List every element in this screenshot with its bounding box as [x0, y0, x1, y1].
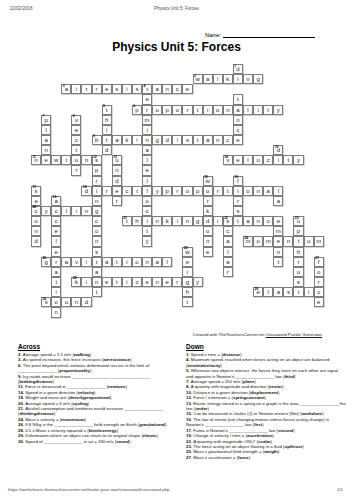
grid-cell[interactable]: e — [112, 186, 122, 196]
grid-cell[interactable]: l — [41, 125, 51, 135]
grid-cell[interactable]: a — [102, 257, 112, 267]
grid-cell[interactable]: t — [142, 226, 152, 236]
grid-cell[interactable]: r — [293, 257, 303, 267]
grid-cell[interactable]: d — [162, 135, 172, 145]
grid-cell[interactable]: 23u — [293, 216, 303, 226]
grid-cell[interactable]: n — [92, 277, 102, 287]
grid-cell[interactable]: 14v — [223, 155, 233, 165]
grid-cell[interactable]: n — [31, 226, 41, 236]
grid-cell[interactable]: n — [273, 247, 283, 257]
cell-letter: g — [256, 76, 259, 82]
cell-letter: s — [186, 137, 189, 143]
grid-cell[interactable]: o — [51, 297, 61, 307]
grid-cell[interactable]: d — [203, 216, 213, 226]
grid-cell[interactable]: r — [92, 176, 102, 186]
cell-letter: t — [136, 188, 138, 194]
cell-letter: e — [34, 198, 37, 204]
grid-cell[interactable]: s — [182, 135, 192, 145]
grid-cell[interactable]: t — [293, 236, 303, 246]
name-blank-line[interactable] — [223, 31, 315, 38]
grid-cell[interactable]: m — [314, 236, 324, 246]
grid-cell[interactable]: n — [71, 297, 81, 307]
grid-cell[interactable]: 24m — [243, 236, 253, 246]
grid-cell[interactable]: 6p — [132, 105, 142, 115]
grid-cell[interactable]: t — [293, 287, 303, 297]
grid-cell[interactable]: 17s — [31, 186, 41, 196]
grid-cell[interactable]: i — [81, 277, 91, 287]
grid-cell[interactable]: s — [283, 287, 293, 297]
grid-cell[interactable]: l — [51, 236, 61, 246]
grid-cell[interactable]: 22s — [223, 216, 233, 226]
grid-cell[interactable]: c — [233, 125, 243, 135]
grid-cell[interactable]: p — [162, 105, 172, 115]
cell-number: 14 — [224, 156, 228, 160]
grid-cell[interactable]: i — [132, 135, 142, 145]
cell-letter: n — [44, 147, 47, 153]
grid-cell[interactable]: c — [132, 277, 142, 287]
grid-cell[interactable]: o — [213, 105, 223, 115]
grid-cell[interactable]: 10d — [273, 145, 283, 155]
grid-cell[interactable]: t — [182, 297, 192, 307]
cell-letter: y — [156, 188, 159, 194]
grid-cell[interactable]: n — [51, 307, 61, 317]
grid-cell[interactable]: a — [203, 135, 213, 145]
grid-cell[interactable]: e — [71, 125, 81, 135]
grid-cell[interactable]: l — [142, 186, 152, 196]
grid-cell[interactable]: t — [92, 257, 102, 267]
grid-cell[interactable]: h — [102, 115, 112, 125]
grid-cell[interactable]: e — [162, 277, 172, 287]
clue: 27. Mass x acceleration = (force) — [186, 455, 346, 460]
grid-cell[interactable]: a — [263, 186, 273, 196]
grid-cell[interactable]: i — [71, 206, 81, 216]
grid-cell[interactable]: e — [51, 247, 61, 257]
grid-cell[interactable]: 5t — [102, 105, 112, 115]
grid-cell[interactable]: r — [92, 84, 102, 94]
cell-number: 8 — [73, 115, 75, 119]
cell-letter: m — [316, 238, 321, 244]
grid-cell[interactable]: o — [253, 236, 263, 246]
grid-cell[interactable]: o — [203, 186, 213, 196]
grid-cell[interactable]: e — [182, 257, 192, 267]
grid-cell[interactable]: v — [71, 257, 81, 267]
cell-letter: a — [95, 269, 98, 275]
grid-cell[interactable]: 4t — [142, 84, 152, 94]
grid-cell[interactable]: i — [102, 125, 112, 135]
grid-cell[interactable]: 21t — [122, 216, 132, 226]
grid-cell[interactable]: u — [293, 267, 303, 277]
grid-cell[interactable]: o — [182, 186, 192, 196]
grid-cell[interactable]: s — [132, 84, 142, 94]
grid-cell[interactable]: r — [71, 165, 81, 175]
grid-cell[interactable]: t — [193, 105, 203, 115]
grid-cell[interactable]: n — [142, 257, 152, 267]
grid-cell[interactable]: i — [51, 287, 61, 297]
grid-cell[interactable]: l — [273, 186, 283, 196]
cell-number: 23 — [295, 217, 299, 221]
cell-letter: d — [206, 218, 209, 224]
grid-cell[interactable]: a — [203, 74, 213, 84]
grid-cell[interactable]: i — [213, 216, 223, 226]
grid-cell[interactable]: d — [31, 236, 41, 246]
grid-cell[interactable]: t — [263, 105, 273, 115]
cell-letter: t — [277, 259, 279, 265]
grid-cell[interactable]: r — [182, 105, 192, 115]
grid-cell[interactable]: o — [172, 105, 182, 115]
grid-cell[interactable]: r — [142, 105, 152, 115]
grid-cell[interactable]: 18d — [81, 186, 91, 196]
grid-cell[interactable]: r — [172, 277, 182, 287]
generator-credit: Created with TheTeachersCorner.net Cross… — [0, 332, 322, 337]
grid-cell[interactable]: n — [223, 105, 233, 115]
grid-cell[interactable]: i — [203, 105, 213, 115]
cell-letter: e — [44, 157, 47, 163]
grid-cell[interactable]: n — [253, 216, 263, 226]
grid-cell[interactable]: y — [273, 105, 283, 115]
grid-cell[interactable]: r — [223, 267, 233, 277]
grid-cell[interactable]: e — [142, 165, 152, 175]
cell-letter: i — [76, 86, 77, 92]
grid-cell[interactable]: l — [223, 247, 233, 257]
grid-cell[interactable]: a — [223, 236, 233, 246]
grid-cell[interactable]: i — [233, 74, 243, 84]
cell-letter: i — [278, 157, 279, 163]
cell-letter: e — [277, 218, 280, 224]
cell-letter: g — [156, 137, 159, 143]
grid-cell[interactable]: i — [122, 277, 132, 287]
grid-cell[interactable]: a — [51, 267, 61, 277]
grid-cell[interactable]: r — [102, 186, 112, 196]
grid-cell[interactable]: a — [152, 257, 162, 267]
grid-cell[interactable]: i — [182, 267, 192, 277]
grid-cell[interactable]: a — [92, 267, 102, 277]
grid-cell[interactable]: y — [152, 186, 162, 196]
cell-letter: e — [115, 188, 118, 194]
grid-cell[interactable]: c — [172, 84, 182, 94]
grid-cell[interactable]: e — [102, 277, 112, 287]
grid-cell[interactable]: e — [41, 155, 51, 165]
grid-cell[interactable]: l — [263, 287, 273, 297]
grid-cell[interactable]: k — [203, 206, 213, 216]
grid-cell[interactable]: i — [81, 257, 91, 267]
cell-letter: t — [288, 157, 290, 163]
grid-cell[interactable]: r — [203, 196, 213, 206]
grid-cell[interactable]: o — [152, 105, 162, 115]
cell-letter: r — [176, 279, 178, 285]
grid-cell[interactable]: c — [263, 155, 273, 165]
grid-cell[interactable]: e — [142, 277, 152, 287]
grid-cell[interactable]: s — [293, 277, 303, 287]
grid-cell[interactable]: 20c — [31, 206, 41, 216]
grid-cell[interactable]: 19a — [51, 196, 61, 206]
grid-cell[interactable]: i — [233, 186, 243, 196]
grid-cell[interactable]: y — [41, 206, 51, 216]
grid-cell[interactable]: i — [92, 186, 102, 196]
grid-cell[interactable]: e — [31, 196, 41, 206]
cell-letter: l — [167, 259, 168, 265]
grid-cell[interactable]: a — [142, 145, 152, 155]
grid-cell[interactable]: r — [81, 84, 91, 94]
grid-cell[interactable]: o — [31, 216, 41, 226]
cell-letter: t — [227, 188, 229, 194]
grid-cell[interactable]: a — [273, 196, 283, 206]
cell-letter: i — [86, 259, 87, 265]
crossword-grid: 1d2walking3airresis4tanceet5t6proportion… — [31, 64, 324, 318]
grid-cell[interactable]: 13u — [112, 155, 122, 165]
grid-cell[interactable]: e — [314, 297, 324, 307]
grid-cell[interactable]: n — [283, 236, 293, 246]
grid-cell[interactable]: k — [162, 216, 172, 226]
cell-number: 16 — [234, 176, 238, 180]
grid-cell[interactable]: g — [182, 277, 192, 287]
grid-cell[interactable]: n — [142, 135, 152, 145]
grid-cell[interactable]: n — [253, 186, 263, 196]
cell-letter: h — [105, 117, 108, 123]
grid-cell[interactable]: i — [142, 125, 152, 135]
cell-letter: h — [135, 218, 138, 224]
grid-cell[interactable]: o — [314, 267, 324, 277]
grid-cell[interactable]: l — [142, 176, 152, 186]
grid-cell[interactable]: n — [152, 277, 162, 287]
grid-cell[interactable]: g — [193, 216, 203, 226]
grid-cell[interactable]: a — [112, 135, 122, 145]
grid-cell[interactable]: o — [71, 155, 81, 165]
grid-cell[interactable]: t — [233, 94, 243, 104]
grid-cell[interactable]: n — [213, 135, 223, 145]
grid-cell[interactable]: u — [61, 297, 71, 307]
grid-cell[interactable]: a — [152, 84, 162, 94]
grid-cell[interactable]: c — [122, 186, 132, 196]
grid-cell[interactable]: i — [253, 105, 263, 115]
grid-cell[interactable]: c — [223, 226, 233, 236]
grid-cell[interactable]: n — [41, 145, 51, 155]
grid-cell[interactable]: o — [92, 226, 102, 236]
grid-cell[interactable]: e — [273, 216, 283, 226]
grid-cell[interactable]: e — [233, 155, 243, 165]
grid-cell[interactable]: 11n — [31, 155, 41, 165]
grid-cell[interactable]: c — [71, 135, 81, 145]
grid-cell[interactable]: d — [102, 145, 112, 155]
grid-cell[interactable]: l — [142, 155, 152, 165]
grid-cell[interactable]: d — [81, 297, 91, 307]
grid-cell[interactable]: i — [273, 155, 283, 165]
grid-cell[interactable]: s — [92, 247, 102, 257]
grid-cell[interactable]: i — [304, 287, 314, 297]
grid-cell[interactable]: p — [193, 186, 203, 196]
cell-letter: n — [216, 137, 219, 143]
grid-cell[interactable]: e — [233, 135, 243, 145]
grid-cell[interactable]: c — [142, 206, 152, 216]
cell-letter: l — [268, 289, 269, 295]
credit-link[interactable]: Crossword Puzzle Generator — [266, 332, 322, 337]
grid-cell[interactable]: 2w — [193, 74, 203, 84]
grid-cell[interactable]: 1d — [233, 64, 243, 74]
grid-cell[interactable]: n — [112, 165, 122, 175]
grid-cell[interactable]: h — [132, 216, 142, 226]
grid-cell[interactable]: t — [71, 145, 81, 155]
footer-url[interactable]: https://worksheets.theteacherscorner.net… — [8, 487, 170, 492]
grid-cell[interactable]: t — [273, 257, 283, 267]
grid-cell[interactable]: y — [293, 155, 303, 165]
grid-cell[interactable]: i — [71, 84, 81, 94]
grid-cell[interactable]: m — [142, 115, 152, 125]
cell-letter: t — [76, 147, 78, 153]
grid-cell[interactable]: r — [51, 257, 61, 267]
grid-cell[interactable]: i — [122, 257, 132, 267]
cell-letter: n — [246, 76, 249, 82]
grid-cell[interactable]: 28k — [71, 277, 81, 287]
grid-cell[interactable]: h — [182, 287, 192, 297]
grid-cell[interactable]: i — [172, 216, 182, 226]
grid-cell[interactable]: y — [193, 277, 203, 287]
grid-cell[interactable]: t — [223, 186, 233, 196]
grid-cell[interactable]: m — [263, 236, 273, 246]
grid-cell[interactable]: w — [51, 155, 61, 165]
across-clues-section: Across 2. Average speed = 1.5 m/s (walki… — [18, 343, 178, 444]
grid-cell[interactable]: t — [233, 216, 243, 226]
grid-cell[interactable]: n — [152, 216, 162, 226]
grid-cell[interactable]: i — [122, 84, 132, 94]
grid-cell[interactable]: 8v — [71, 115, 81, 125]
grid-cell[interactable]: c — [223, 135, 233, 145]
grid-cell[interactable]: e — [203, 247, 213, 257]
grid-cell[interactable]: g — [253, 74, 263, 84]
grid-cell[interactable]: 29e — [253, 287, 263, 297]
grid-cell[interactable]: 7p — [41, 115, 51, 125]
grid-cell[interactable]: t — [193, 135, 203, 145]
grid-cell[interactable]: 26g — [41, 257, 51, 267]
grid-cell[interactable]: e — [182, 84, 192, 94]
clue: 4. Maximum speed, reached when forces ac… — [186, 357, 346, 368]
cell-letter: o — [256, 238, 259, 244]
grid-cell[interactable]: i — [172, 135, 182, 145]
grid-cell[interactable]: a — [243, 216, 253, 226]
grid-cell[interactable]: l — [61, 206, 71, 216]
grid-cell[interactable]: o — [243, 186, 253, 196]
cell-letter: d — [105, 147, 108, 153]
grid-cell[interactable]: e — [142, 94, 152, 104]
grid-cell[interactable]: n — [92, 236, 102, 246]
grid-cell[interactable]: c — [51, 206, 61, 216]
grid-cell[interactable]: n — [92, 196, 102, 206]
grid-cell[interactable]: l — [162, 257, 172, 267]
cell-letter: a — [105, 259, 108, 265]
grid-cell[interactable]: g — [152, 135, 162, 145]
grid-cell[interactable]: 15w — [203, 176, 213, 186]
grid-cell[interactable]: r — [112, 196, 122, 206]
cell-letter: y — [297, 157, 300, 163]
grid-cell[interactable]: d — [112, 176, 122, 186]
grid-cell[interactable]: o — [253, 155, 263, 165]
grid-cell[interactable]: r — [213, 186, 223, 196]
grid-cell[interactable]: k — [122, 135, 132, 145]
grid-cell[interactable]: t — [112, 257, 122, 267]
cell-letter: r — [96, 178, 98, 184]
grid-cell[interactable]: l — [243, 155, 253, 165]
grid-cell[interactable]: a — [41, 135, 51, 145]
grid-cell[interactable]: t — [92, 287, 102, 297]
grid-cell[interactable]: c — [92, 216, 102, 226]
grid-cell[interactable]: p — [293, 226, 303, 236]
grid-cell[interactable]: a — [61, 257, 71, 267]
grid-cell[interactable]: c — [314, 287, 324, 297]
grid-cell[interactable]: e — [51, 226, 61, 236]
cell-letter: c — [267, 157, 270, 163]
grid-cell[interactable]: 16f — [233, 176, 243, 186]
grid-cell[interactable]: l — [243, 105, 253, 115]
grid-cell[interactable]: n — [233, 115, 243, 125]
cell-letter: n — [287, 238, 290, 244]
grid-cell[interactable]: a — [223, 257, 233, 267]
cell-letter: c — [176, 86, 179, 92]
grid-cell[interactable]: r — [314, 277, 324, 287]
grid-cell[interactable]: r — [172, 186, 182, 196]
cell-number: 13 — [113, 156, 117, 160]
grid-cell[interactable]: n — [81, 155, 91, 165]
grid-cell[interactable]: n — [182, 216, 192, 226]
cell-letter: p — [166, 107, 169, 113]
grid-cell[interactable]: i — [142, 216, 152, 226]
grid-cell[interactable]: 25w — [182, 247, 192, 257]
grid-cell[interactable]: g — [92, 206, 102, 216]
grid-cell[interactable]: o — [132, 257, 142, 267]
grid-cell[interactable]: 30s — [41, 297, 51, 307]
grid-cell[interactable]: t — [51, 277, 61, 287]
cell-letter: a — [156, 259, 159, 265]
cell-letter: k — [125, 137, 128, 143]
grid-cell[interactable]: p — [162, 186, 172, 196]
grid-cell[interactable]: t — [61, 155, 71, 165]
grid-cell[interactable]: r — [102, 135, 112, 145]
grid-cell[interactable]: t — [132, 186, 142, 196]
grid-cell[interactable]: a — [273, 287, 283, 297]
cell-letter: n — [156, 218, 159, 224]
grid-cell[interactable]: t — [112, 277, 122, 287]
grid-cell[interactable]: l — [213, 74, 223, 84]
grid-cell[interactable]: t — [283, 155, 293, 165]
grid-cell[interactable]: p — [92, 165, 102, 175]
grid-cell[interactable]: k — [223, 74, 233, 84]
grid-cell[interactable]: 12s — [92, 155, 102, 165]
grid-cell[interactable]: c — [263, 216, 273, 226]
cell-letter: e — [186, 259, 189, 265]
grid-cell[interactable]: e — [102, 84, 112, 94]
grid-cell[interactable]: a — [233, 105, 243, 115]
grid-cell[interactable]: n — [162, 84, 172, 94]
grid-cell[interactable]: o — [142, 196, 152, 206]
cell-letter: c — [226, 228, 229, 234]
grid-cell[interactable]: u — [304, 236, 314, 246]
grid-cell[interactable]: n — [81, 206, 91, 216]
cell-number: 30 — [42, 298, 46, 302]
grid-cell[interactable]: s — [112, 84, 122, 94]
grid-cell[interactable]: c — [51, 216, 61, 226]
grid-cell[interactable]: h — [293, 247, 303, 257]
grid-cell[interactable]: n — [203, 236, 213, 246]
grid-cell[interactable]: e — [273, 236, 283, 246]
grid-cell[interactable]: n — [243, 74, 253, 84]
grid-cell[interactable]: 3a — [61, 84, 71, 94]
cell-letter: i — [106, 127, 107, 133]
cell-letter: y — [146, 238, 149, 244]
grid-cell[interactable]: s — [233, 206, 243, 216]
grid-cell[interactable]: 27f — [314, 257, 324, 267]
grid-cell[interactable]: 9b — [92, 135, 102, 145]
grid-cell[interactable]: o — [203, 226, 213, 236]
grid-cell[interactable]: m — [273, 226, 283, 236]
grid-cell[interactable]: r — [233, 196, 243, 206]
grid-cell[interactable]: y — [142, 236, 152, 246]
